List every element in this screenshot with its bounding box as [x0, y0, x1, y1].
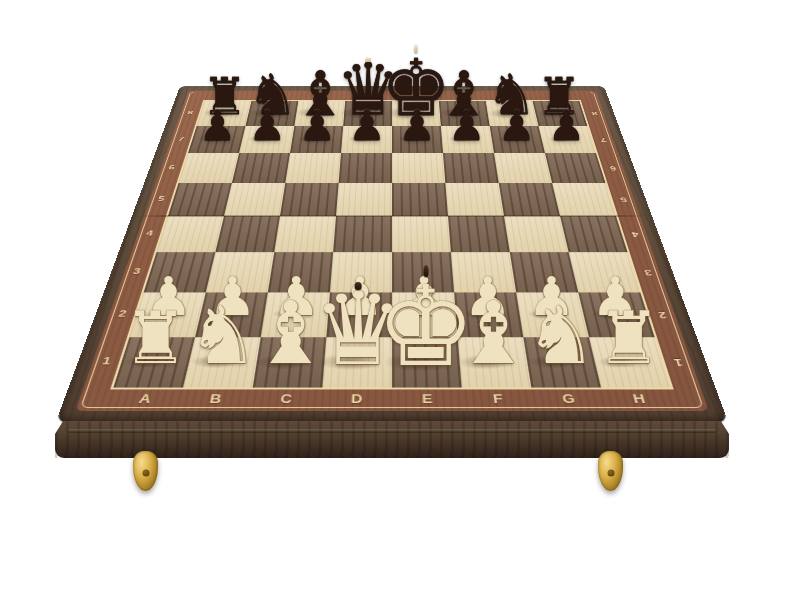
piece-white-rook-h1[interactable]: ♜ [596, 302, 661, 374]
piece-white-bishop-f1[interactable]: ♝ [454, 290, 532, 377]
piece-white-knight-b1[interactable]: ♞ [187, 296, 258, 376]
photo-stage: ABCDEFGH ABCDEFGH 87654321 87654321 ♜♞♝♛… [0, 0, 800, 600]
piece-finial-light [414, 44, 418, 53]
piece-white-knight-g1[interactable]: ♞ [525, 296, 596, 376]
pieces-overlay: ♜♞♝♛♚♝♞♜♟♟♟♟♟♟♟♟♟♟♟♟♟♟♟♟♜♞♝♛♚♝♞♜ [0, 0, 800, 600]
piece-black-pawn-g7[interactable]: ♟ [498, 105, 536, 147]
piece-finial-dark [423, 265, 428, 277]
piece-finial-light [365, 57, 371, 63]
piece-black-pawn-e7[interactable]: ♟ [398, 105, 436, 147]
piece-black-pawn-h7[interactable]: ♟ [548, 105, 586, 147]
piece-white-rook-a1[interactable]: ♜ [123, 302, 188, 374]
piece-black-pawn-a7[interactable]: ♟ [199, 105, 237, 147]
piece-black-pawn-d7[interactable]: ♟ [348, 105, 386, 147]
piece-black-pawn-c7[interactable]: ♟ [298, 105, 336, 147]
piece-finial-dark [354, 282, 362, 290]
piece-black-pawn-b7[interactable]: ♟ [249, 105, 287, 147]
piece-black-pawn-f7[interactable]: ♟ [448, 105, 486, 147]
